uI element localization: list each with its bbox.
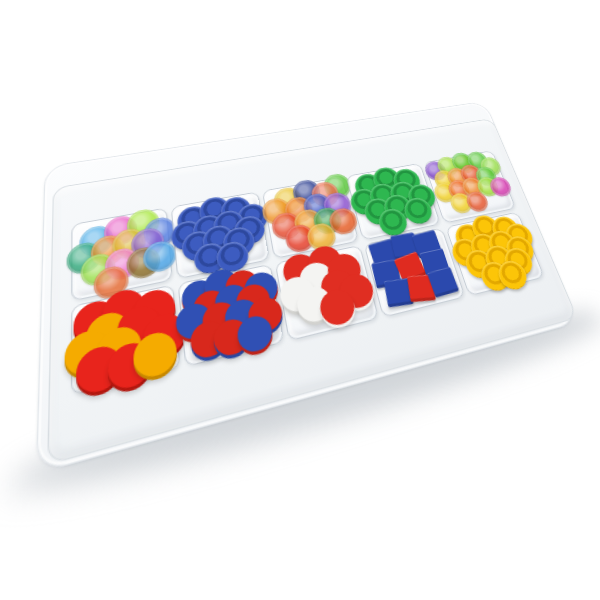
product-photo <box>0 0 600 600</box>
compartment-back-3 <box>262 177 359 259</box>
tray <box>67 148 546 398</box>
